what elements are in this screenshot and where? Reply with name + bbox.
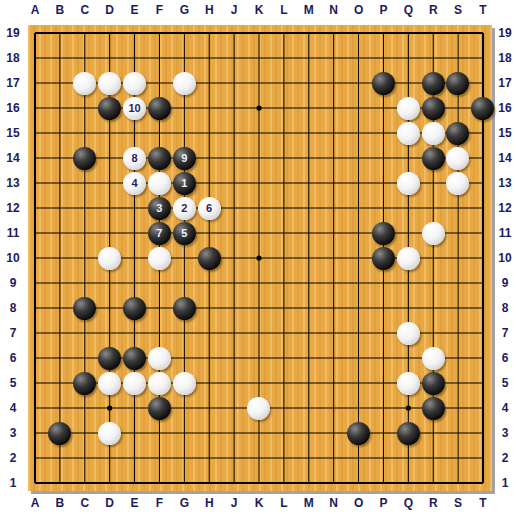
- intersection-F12[interactable]: 3: [147, 196, 172, 221]
- intersection-G14[interactable]: 9: [172, 146, 197, 171]
- intersection-C15[interactable]: [72, 121, 97, 146]
- intersection-S14[interactable]: [445, 146, 470, 171]
- intersection-R2[interactable]: [421, 446, 446, 471]
- intersection-J17[interactable]: [222, 71, 247, 96]
- intersection-A9[interactable]: [23, 271, 48, 296]
- intersection-J2[interactable]: [222, 446, 247, 471]
- intersection-H13[interactable]: [197, 171, 222, 196]
- intersection-G8[interactable]: [172, 296, 197, 321]
- intersection-F19[interactable]: [147, 21, 172, 46]
- intersection-B4[interactable]: [47, 396, 72, 421]
- intersection-C7[interactable]: [72, 321, 97, 346]
- intersection-D7[interactable]: [97, 321, 122, 346]
- intersection-S15[interactable]: [445, 121, 470, 146]
- intersection-T16[interactable]: [470, 96, 495, 121]
- intersection-P12[interactable]: [371, 196, 396, 221]
- intersection-K9[interactable]: [246, 271, 271, 296]
- intersection-M17[interactable]: [296, 71, 321, 96]
- intersection-A5[interactable]: [23, 371, 48, 396]
- intersection-D16[interactable]: [97, 96, 122, 121]
- intersection-C16[interactable]: [72, 96, 97, 121]
- intersection-E16[interactable]: 10: [122, 96, 147, 121]
- intersection-H1[interactable]: [197, 471, 222, 496]
- intersection-A11[interactable]: [23, 221, 48, 246]
- intersection-P2[interactable]: [371, 446, 396, 471]
- intersection-Q1[interactable]: [396, 471, 421, 496]
- intersection-T19[interactable]: [470, 21, 495, 46]
- intersection-H4[interactable]: [197, 396, 222, 421]
- intersection-G7[interactable]: [172, 321, 197, 346]
- intersection-R5[interactable]: [421, 371, 446, 396]
- intersection-F18[interactable]: [147, 46, 172, 71]
- intersection-C8[interactable]: [72, 296, 97, 321]
- intersection-J1[interactable]: [222, 471, 247, 496]
- intersection-F1[interactable]: [147, 471, 172, 496]
- intersection-S9[interactable]: [445, 271, 470, 296]
- intersection-M15[interactable]: [296, 121, 321, 146]
- intersection-N9[interactable]: [321, 271, 346, 296]
- intersection-T6[interactable]: [470, 346, 495, 371]
- intersection-E5[interactable]: [122, 371, 147, 396]
- intersection-O4[interactable]: [346, 396, 371, 421]
- intersection-A13[interactable]: [23, 171, 48, 196]
- intersection-A8[interactable]: [23, 296, 48, 321]
- intersection-Q11[interactable]: [396, 221, 421, 246]
- intersection-Q19[interactable]: [396, 21, 421, 46]
- intersection-H5[interactable]: [197, 371, 222, 396]
- intersection-K12[interactable]: [246, 196, 271, 221]
- intersection-B2[interactable]: [47, 446, 72, 471]
- intersection-O14[interactable]: [346, 146, 371, 171]
- intersection-N10[interactable]: [321, 246, 346, 271]
- intersection-C12[interactable]: [72, 196, 97, 221]
- intersection-Q4[interactable]: [396, 396, 421, 421]
- intersection-B18[interactable]: [47, 46, 72, 71]
- intersection-S13[interactable]: [445, 171, 470, 196]
- intersection-J11[interactable]: [222, 221, 247, 246]
- intersection-H2[interactable]: [197, 446, 222, 471]
- intersection-E9[interactable]: [122, 271, 147, 296]
- intersection-Q15[interactable]: [396, 121, 421, 146]
- intersection-F5[interactable]: [147, 371, 172, 396]
- intersection-D5[interactable]: [97, 371, 122, 396]
- intersection-G4[interactable]: [172, 396, 197, 421]
- intersection-E12[interactable]: [122, 196, 147, 221]
- intersection-F10[interactable]: [147, 246, 172, 271]
- intersection-B5[interactable]: [47, 371, 72, 396]
- intersection-C1[interactable]: [72, 471, 97, 496]
- intersection-D3[interactable]: [97, 421, 122, 446]
- intersection-N13[interactable]: [321, 171, 346, 196]
- intersection-C9[interactable]: [72, 271, 97, 296]
- intersection-B7[interactable]: [47, 321, 72, 346]
- intersection-E6[interactable]: [122, 346, 147, 371]
- intersection-K8[interactable]: [246, 296, 271, 321]
- intersection-F6[interactable]: [147, 346, 172, 371]
- intersection-Q16[interactable]: [396, 96, 421, 121]
- intersection-G9[interactable]: [172, 271, 197, 296]
- intersection-C13[interactable]: [72, 171, 97, 196]
- intersection-O2[interactable]: [346, 446, 371, 471]
- intersection-D4[interactable]: [97, 396, 122, 421]
- intersection-K15[interactable]: [246, 121, 271, 146]
- intersection-J15[interactable]: [222, 121, 247, 146]
- intersection-L1[interactable]: [271, 471, 296, 496]
- intersection-J18[interactable]: [222, 46, 247, 71]
- intersection-L11[interactable]: [271, 221, 296, 246]
- intersection-K2[interactable]: [246, 446, 271, 471]
- intersection-K7[interactable]: [246, 321, 271, 346]
- intersection-Q3[interactable]: [396, 421, 421, 446]
- intersection-R16[interactable]: [421, 96, 446, 121]
- intersection-K13[interactable]: [246, 171, 271, 196]
- intersection-D14[interactable]: [97, 146, 122, 171]
- intersection-B3[interactable]: [47, 421, 72, 446]
- intersection-F15[interactable]: [147, 121, 172, 146]
- intersection-M2[interactable]: [296, 446, 321, 471]
- intersection-R19[interactable]: [421, 21, 446, 46]
- intersection-G6[interactable]: [172, 346, 197, 371]
- intersection-O11[interactable]: [346, 221, 371, 246]
- intersection-P14[interactable]: [371, 146, 396, 171]
- intersection-D13[interactable]: [97, 171, 122, 196]
- intersection-J5[interactable]: [222, 371, 247, 396]
- intersection-R1[interactable]: [421, 471, 446, 496]
- intersection-N6[interactable]: [321, 346, 346, 371]
- intersection-N2[interactable]: [321, 446, 346, 471]
- intersection-L4[interactable]: [271, 396, 296, 421]
- intersection-A6[interactable]: [23, 346, 48, 371]
- intersection-M11[interactable]: [296, 221, 321, 246]
- intersection-S7[interactable]: [445, 321, 470, 346]
- intersection-C17[interactable]: [72, 71, 97, 96]
- intersection-A12[interactable]: [23, 196, 48, 221]
- intersection-R18[interactable]: [421, 46, 446, 71]
- intersection-S4[interactable]: [445, 396, 470, 421]
- intersection-T12[interactable]: [470, 196, 495, 221]
- intersection-K5[interactable]: [246, 371, 271, 396]
- intersection-S18[interactable]: [445, 46, 470, 71]
- intersection-F3[interactable]: [147, 421, 172, 446]
- intersection-E3[interactable]: [122, 421, 147, 446]
- intersection-B19[interactable]: [47, 21, 72, 46]
- intersection-L18[interactable]: [271, 46, 296, 71]
- intersection-T5[interactable]: [470, 371, 495, 396]
- intersection-A1[interactable]: [23, 471, 48, 496]
- intersection-B15[interactable]: [47, 121, 72, 146]
- intersection-N8[interactable]: [321, 296, 346, 321]
- intersection-M18[interactable]: [296, 46, 321, 71]
- intersection-P13[interactable]: [371, 171, 396, 196]
- intersection-H16[interactable]: [197, 96, 222, 121]
- intersection-L16[interactable]: [271, 96, 296, 121]
- intersection-G13[interactable]: 1: [172, 171, 197, 196]
- intersection-O16[interactable]: [346, 96, 371, 121]
- intersection-N1[interactable]: [321, 471, 346, 496]
- intersection-M19[interactable]: [296, 21, 321, 46]
- intersection-B14[interactable]: [47, 146, 72, 171]
- intersection-N19[interactable]: [321, 21, 346, 46]
- intersection-K16[interactable]: [246, 96, 271, 121]
- intersection-E19[interactable]: [122, 21, 147, 46]
- intersection-P18[interactable]: [371, 46, 396, 71]
- intersection-P5[interactable]: [371, 371, 396, 396]
- intersection-P8[interactable]: [371, 296, 396, 321]
- intersection-E13[interactable]: 4: [122, 171, 147, 196]
- intersection-D8[interactable]: [97, 296, 122, 321]
- intersection-B13[interactable]: [47, 171, 72, 196]
- intersection-C4[interactable]: [72, 396, 97, 421]
- intersection-B12[interactable]: [47, 196, 72, 221]
- intersection-B9[interactable]: [47, 271, 72, 296]
- intersection-Q13[interactable]: [396, 171, 421, 196]
- intersection-F4[interactable]: [147, 396, 172, 421]
- intersection-O8[interactable]: [346, 296, 371, 321]
- intersection-S2[interactable]: [445, 446, 470, 471]
- intersection-K19[interactable]: [246, 21, 271, 46]
- intersection-R14[interactable]: [421, 146, 446, 171]
- intersection-S6[interactable]: [445, 346, 470, 371]
- intersection-L3[interactable]: [271, 421, 296, 446]
- intersection-B1[interactable]: [47, 471, 72, 496]
- intersection-H18[interactable]: [197, 46, 222, 71]
- intersection-D18[interactable]: [97, 46, 122, 71]
- intersection-R3[interactable]: [421, 421, 446, 446]
- intersection-C2[interactable]: [72, 446, 97, 471]
- intersection-P1[interactable]: [371, 471, 396, 496]
- intersection-H7[interactable]: [197, 321, 222, 346]
- intersection-A2[interactable]: [23, 446, 48, 471]
- intersection-K4[interactable]: [246, 396, 271, 421]
- intersection-D12[interactable]: [97, 196, 122, 221]
- intersection-R15[interactable]: [421, 121, 446, 146]
- intersection-P16[interactable]: [371, 96, 396, 121]
- intersection-J3[interactable]: [222, 421, 247, 446]
- intersection-O13[interactable]: [346, 171, 371, 196]
- intersection-P11[interactable]: [371, 221, 396, 246]
- intersection-Q5[interactable]: [396, 371, 421, 396]
- intersection-J9[interactable]: [222, 271, 247, 296]
- intersection-P9[interactable]: [371, 271, 396, 296]
- intersection-A10[interactable]: [23, 246, 48, 271]
- intersection-L7[interactable]: [271, 321, 296, 346]
- intersection-C19[interactable]: [72, 21, 97, 46]
- intersection-D10[interactable]: [97, 246, 122, 271]
- intersection-C18[interactable]: [72, 46, 97, 71]
- intersection-K11[interactable]: [246, 221, 271, 246]
- intersection-S3[interactable]: [445, 421, 470, 446]
- intersection-H17[interactable]: [197, 71, 222, 96]
- intersection-C14[interactable]: [72, 146, 97, 171]
- intersection-D15[interactable]: [97, 121, 122, 146]
- intersection-T14[interactable]: [470, 146, 495, 171]
- intersection-G5[interactable]: [172, 371, 197, 396]
- intersection-B8[interactable]: [47, 296, 72, 321]
- intersection-H12[interactable]: 6: [197, 196, 222, 221]
- intersection-T3[interactable]: [470, 421, 495, 446]
- intersection-M4[interactable]: [296, 396, 321, 421]
- intersection-M7[interactable]: [296, 321, 321, 346]
- intersection-T4[interactable]: [470, 396, 495, 421]
- intersection-A7[interactable]: [23, 321, 48, 346]
- intersection-M12[interactable]: [296, 196, 321, 221]
- intersection-G11[interactable]: 5: [172, 221, 197, 246]
- intersection-G17[interactable]: [172, 71, 197, 96]
- intersection-N5[interactable]: [321, 371, 346, 396]
- intersection-C3[interactable]: [72, 421, 97, 446]
- intersection-K14[interactable]: [246, 146, 271, 171]
- intersection-F9[interactable]: [147, 271, 172, 296]
- intersection-S10[interactable]: [445, 246, 470, 271]
- intersection-A3[interactable]: [23, 421, 48, 446]
- intersection-S17[interactable]: [445, 71, 470, 96]
- intersection-F7[interactable]: [147, 321, 172, 346]
- intersection-D6[interactable]: [97, 346, 122, 371]
- intersection-S5[interactable]: [445, 371, 470, 396]
- intersection-O17[interactable]: [346, 71, 371, 96]
- intersection-R13[interactable]: [421, 171, 446, 196]
- intersection-A15[interactable]: [23, 121, 48, 146]
- intersection-E4[interactable]: [122, 396, 147, 421]
- intersection-R7[interactable]: [421, 321, 446, 346]
- intersection-A17[interactable]: [23, 71, 48, 96]
- intersection-K3[interactable]: [246, 421, 271, 446]
- intersection-R6[interactable]: [421, 346, 446, 371]
- intersection-O7[interactable]: [346, 321, 371, 346]
- intersection-B16[interactable]: [47, 96, 72, 121]
- intersection-L10[interactable]: [271, 246, 296, 271]
- intersection-T7[interactable]: [470, 321, 495, 346]
- intersection-H11[interactable]: [197, 221, 222, 246]
- intersection-Q17[interactable]: [396, 71, 421, 96]
- intersection-M14[interactable]: [296, 146, 321, 171]
- intersection-N4[interactable]: [321, 396, 346, 421]
- intersection-O19[interactable]: [346, 21, 371, 46]
- intersection-A19[interactable]: [23, 21, 48, 46]
- intersection-O1[interactable]: [346, 471, 371, 496]
- intersection-K6[interactable]: [246, 346, 271, 371]
- intersection-L5[interactable]: [271, 371, 296, 396]
- intersection-T8[interactable]: [470, 296, 495, 321]
- intersection-N18[interactable]: [321, 46, 346, 71]
- intersection-G2[interactable]: [172, 446, 197, 471]
- intersection-M6[interactable]: [296, 346, 321, 371]
- intersection-N17[interactable]: [321, 71, 346, 96]
- intersection-O18[interactable]: [346, 46, 371, 71]
- intersection-S1[interactable]: [445, 471, 470, 496]
- intersection-L14[interactable]: [271, 146, 296, 171]
- intersection-G16[interactable]: [172, 96, 197, 121]
- intersection-L2[interactable]: [271, 446, 296, 471]
- intersection-K18[interactable]: [246, 46, 271, 71]
- intersection-A16[interactable]: [23, 96, 48, 121]
- intersection-H10[interactable]: [197, 246, 222, 271]
- intersection-P3[interactable]: [371, 421, 396, 446]
- intersection-R8[interactable]: [421, 296, 446, 321]
- intersection-F14[interactable]: [147, 146, 172, 171]
- intersection-T15[interactable]: [470, 121, 495, 146]
- intersection-G18[interactable]: [172, 46, 197, 71]
- intersection-L17[interactable]: [271, 71, 296, 96]
- intersection-F8[interactable]: [147, 296, 172, 321]
- intersection-R4[interactable]: [421, 396, 446, 421]
- intersection-J10[interactable]: [222, 246, 247, 271]
- intersection-J6[interactable]: [222, 346, 247, 371]
- intersection-L13[interactable]: [271, 171, 296, 196]
- intersection-M8[interactable]: [296, 296, 321, 321]
- intersection-S11[interactable]: [445, 221, 470, 246]
- intersection-E2[interactable]: [122, 446, 147, 471]
- intersection-R17[interactable]: [421, 71, 446, 96]
- intersection-H19[interactable]: [197, 21, 222, 46]
- intersection-P6[interactable]: [371, 346, 396, 371]
- intersection-L15[interactable]: [271, 121, 296, 146]
- intersection-C6[interactable]: [72, 346, 97, 371]
- intersection-P10[interactable]: [371, 246, 396, 271]
- intersection-J19[interactable]: [222, 21, 247, 46]
- intersection-M9[interactable]: [296, 271, 321, 296]
- intersection-J7[interactable]: [222, 321, 247, 346]
- intersection-R9[interactable]: [421, 271, 446, 296]
- intersection-T10[interactable]: [470, 246, 495, 271]
- intersection-N11[interactable]: [321, 221, 346, 246]
- intersection-Q8[interactable]: [396, 296, 421, 321]
- intersection-H9[interactable]: [197, 271, 222, 296]
- intersection-S16[interactable]: [445, 96, 470, 121]
- intersection-E7[interactable]: [122, 321, 147, 346]
- intersection-R12[interactable]: [421, 196, 446, 221]
- intersection-K17[interactable]: [246, 71, 271, 96]
- intersection-T11[interactable]: [470, 221, 495, 246]
- intersection-D1[interactable]: [97, 471, 122, 496]
- intersection-M1[interactable]: [296, 471, 321, 496]
- intersection-C10[interactable]: [72, 246, 97, 271]
- intersection-N7[interactable]: [321, 321, 346, 346]
- intersection-J16[interactable]: [222, 96, 247, 121]
- intersection-B11[interactable]: [47, 221, 72, 246]
- intersection-P19[interactable]: [371, 21, 396, 46]
- intersection-F17[interactable]: [147, 71, 172, 96]
- intersection-O5[interactable]: [346, 371, 371, 396]
- intersection-R10[interactable]: [421, 246, 446, 271]
- intersection-H15[interactable]: [197, 121, 222, 146]
- intersection-O3[interactable]: [346, 421, 371, 446]
- intersection-H8[interactable]: [197, 296, 222, 321]
- intersection-L12[interactable]: [271, 196, 296, 221]
- intersection-B6[interactable]: [47, 346, 72, 371]
- intersection-J14[interactable]: [222, 146, 247, 171]
- intersection-O9[interactable]: [346, 271, 371, 296]
- intersection-E1[interactable]: [122, 471, 147, 496]
- intersection-Q18[interactable]: [396, 46, 421, 71]
- intersection-M5[interactable]: [296, 371, 321, 396]
- intersection-G12[interactable]: 2: [172, 196, 197, 221]
- intersection-R11[interactable]: [421, 221, 446, 246]
- intersection-G15[interactable]: [172, 121, 197, 146]
- intersection-E17[interactable]: [122, 71, 147, 96]
- intersection-M3[interactable]: [296, 421, 321, 446]
- intersection-L6[interactable]: [271, 346, 296, 371]
- intersection-N15[interactable]: [321, 121, 346, 146]
- intersection-G3[interactable]: [172, 421, 197, 446]
- intersection-O12[interactable]: [346, 196, 371, 221]
- intersection-D19[interactable]: [97, 21, 122, 46]
- intersection-D2[interactable]: [97, 446, 122, 471]
- intersection-F13[interactable]: [147, 171, 172, 196]
- intersection-N3[interactable]: [321, 421, 346, 446]
- intersection-D9[interactable]: [97, 271, 122, 296]
- intersection-P15[interactable]: [371, 121, 396, 146]
